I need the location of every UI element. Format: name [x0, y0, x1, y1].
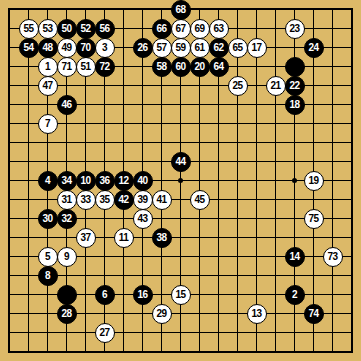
board-intersections: 1234567891011121314151617181920212223242… — [0, 0, 361, 361]
stone-10: 10 — [76, 171, 96, 191]
stone-67: 67 — [171, 19, 191, 39]
stone-72: 72 — [95, 57, 115, 77]
stone-69: 69 — [190, 19, 210, 39]
stone-29: 29 — [152, 304, 172, 324]
stone-60: 60 — [171, 57, 191, 77]
stone-46: 46 — [57, 95, 77, 115]
stone-36: 36 — [95, 171, 115, 191]
stone-22: 22 — [285, 76, 305, 96]
stone-50: 50 — [57, 19, 77, 39]
stone-21: 21 — [266, 76, 286, 96]
star-point — [178, 178, 183, 183]
stone-47: 47 — [38, 76, 58, 96]
stone-40: 40 — [133, 171, 153, 191]
stone-20: 20 — [190, 57, 210, 77]
stone-64: 64 — [209, 57, 229, 77]
go-board: 1234567891011121314151617181920212223242… — [0, 0, 361, 361]
stone-63: 63 — [209, 19, 229, 39]
stone-14: 14 — [285, 247, 305, 267]
stone-19: 19 — [304, 171, 324, 191]
stone-56: 56 — [95, 19, 115, 39]
stone-6: 6 — [95, 285, 115, 305]
stone-15: 15 — [171, 285, 191, 305]
stone-24: 24 — [304, 38, 324, 58]
stone-8: 8 — [38, 266, 58, 286]
stone-39: 39 — [133, 190, 153, 210]
stone-66: 66 — [152, 19, 172, 39]
stone-75: 75 — [304, 209, 324, 229]
stone-5: 5 — [38, 247, 58, 267]
stone-65: 65 — [228, 38, 248, 58]
stone-38: 38 — [152, 228, 172, 248]
handicap-stone — [57, 285, 77, 305]
stone-48: 48 — [38, 38, 58, 58]
stone-55: 55 — [19, 19, 39, 39]
stone-11: 11 — [114, 228, 134, 248]
star-point — [292, 178, 297, 183]
stone-30: 30 — [38, 209, 58, 229]
stone-17: 17 — [247, 38, 267, 58]
stone-42: 42 — [114, 190, 134, 210]
stone-34: 34 — [57, 171, 77, 191]
stone-58: 58 — [152, 57, 172, 77]
stone-7: 7 — [38, 114, 58, 134]
stone-57: 57 — [152, 38, 172, 58]
stone-2: 2 — [285, 285, 305, 305]
stone-13: 13 — [247, 304, 267, 324]
stone-3: 3 — [95, 38, 115, 58]
stone-37: 37 — [76, 228, 96, 248]
stone-16: 16 — [133, 285, 153, 305]
stone-35: 35 — [95, 190, 115, 210]
stone-4: 4 — [38, 171, 58, 191]
stone-1: 1 — [38, 57, 58, 77]
stone-27: 27 — [95, 323, 115, 343]
stone-23: 23 — [285, 19, 305, 39]
stone-59: 59 — [171, 38, 191, 58]
stone-9: 9 — [57, 247, 77, 267]
stone-62: 62 — [209, 38, 229, 58]
stone-54: 54 — [19, 38, 39, 58]
stone-53: 53 — [38, 19, 58, 39]
stone-32: 32 — [57, 209, 77, 229]
stone-68: 68 — [171, 0, 191, 20]
stone-28: 28 — [57, 304, 77, 324]
stone-43: 43 — [133, 209, 153, 229]
stone-25: 25 — [228, 76, 248, 96]
stone-73: 73 — [323, 247, 343, 267]
stone-45: 45 — [190, 190, 210, 210]
stone-44: 44 — [171, 152, 191, 172]
stone-49: 49 — [57, 38, 77, 58]
stone-61: 61 — [190, 38, 210, 58]
stone-51: 51 — [76, 57, 96, 77]
stone-31: 31 — [57, 190, 77, 210]
stone-26: 26 — [133, 38, 153, 58]
stone-52: 52 — [76, 19, 96, 39]
stone-33: 33 — [76, 190, 96, 210]
stone-70: 70 — [76, 38, 96, 58]
handicap-stone — [285, 57, 305, 77]
stone-71: 71 — [57, 57, 77, 77]
stone-18: 18 — [285, 95, 305, 115]
stone-12: 12 — [114, 171, 134, 191]
stone-74: 74 — [304, 304, 324, 324]
stone-41: 41 — [152, 190, 172, 210]
